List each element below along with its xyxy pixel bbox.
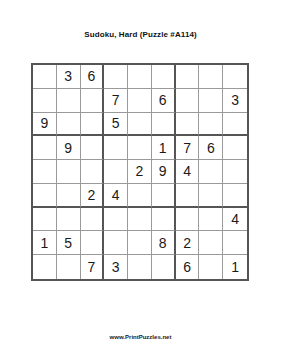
cell-r5c6: 9 [152, 160, 176, 184]
sudoku-page: Sudoku, Hard (Puzzle #A114) 367639591762… [0, 0, 281, 363]
cell-r1c1 [33, 65, 57, 89]
cell-r3c5 [128, 113, 152, 137]
cell-r2c7 [176, 89, 200, 113]
cell-r8c7: 2 [176, 231, 200, 255]
cell-r5c3 [81, 160, 105, 184]
cell-r4c8: 6 [199, 136, 223, 160]
page-title: Sudoku, Hard (Puzzle #A114) [0, 30, 281, 39]
cell-r1c9 [223, 65, 247, 89]
cell-r5c8 [199, 160, 223, 184]
cell-r8c3 [81, 231, 105, 255]
cell-r7c6 [152, 208, 176, 232]
cell-r5c2 [57, 160, 81, 184]
cell-r1c5 [128, 65, 152, 89]
cell-r1c7 [176, 65, 200, 89]
cell-r5c7: 4 [176, 160, 200, 184]
cell-r7c1 [33, 208, 57, 232]
cell-r8c5 [128, 231, 152, 255]
cell-r7c3 [81, 208, 105, 232]
footer-site-url: www.PrintPuzzles.net [0, 334, 281, 340]
cell-r9c1 [33, 255, 57, 279]
cell-r7c9: 4 [223, 208, 247, 232]
cell-r3c4: 5 [104, 113, 128, 137]
cell-r4c1 [33, 136, 57, 160]
cell-r1c6 [152, 65, 176, 89]
cell-r9c8 [199, 255, 223, 279]
cell-r3c6 [152, 113, 176, 137]
cell-r8c8 [199, 231, 223, 255]
cell-r3c3 [81, 113, 105, 137]
cell-r2c4: 7 [104, 89, 128, 113]
cell-r3c9 [223, 113, 247, 137]
cell-r8c1: 1 [33, 231, 57, 255]
cell-r8c9 [223, 231, 247, 255]
cell-r3c1: 9 [33, 113, 57, 137]
cell-r4c3 [81, 136, 105, 160]
cell-r5c4 [104, 160, 128, 184]
cell-r9c2 [57, 255, 81, 279]
sudoku-board: 3676395917629424415827361 [31, 63, 249, 281]
cell-r2c6: 6 [152, 89, 176, 113]
cell-r3c8 [199, 113, 223, 137]
cell-r9c6 [152, 255, 176, 279]
cell-r5c5: 2 [128, 160, 152, 184]
cell-r8c4 [104, 231, 128, 255]
cell-r6c4: 4 [104, 184, 128, 208]
cell-r4c7: 7 [176, 136, 200, 160]
cell-r6c3: 2 [81, 184, 105, 208]
cell-r1c8 [199, 65, 223, 89]
cell-r1c2: 3 [57, 65, 81, 89]
cell-r9c7: 6 [176, 255, 200, 279]
cell-r6c8 [199, 184, 223, 208]
cell-r7c4 [104, 208, 128, 232]
cell-r8c6: 8 [152, 231, 176, 255]
cell-r2c9: 3 [223, 89, 247, 113]
cell-r7c2 [57, 208, 81, 232]
cell-r6c5 [128, 184, 152, 208]
cell-r2c8 [199, 89, 223, 113]
cell-r2c5 [128, 89, 152, 113]
cell-r9c9: 1 [223, 255, 247, 279]
cell-r1c4 [104, 65, 128, 89]
cell-r2c2 [57, 89, 81, 113]
cell-r4c2: 9 [57, 136, 81, 160]
cell-r8c2: 5 [57, 231, 81, 255]
cell-r2c1 [33, 89, 57, 113]
cell-r3c2 [57, 113, 81, 137]
cell-r5c9 [223, 160, 247, 184]
cell-r9c5 [128, 255, 152, 279]
cell-r4c4 [104, 136, 128, 160]
cell-r6c9 [223, 184, 247, 208]
cell-r7c7 [176, 208, 200, 232]
cell-r6c1 [33, 184, 57, 208]
cell-r4c9 [223, 136, 247, 160]
cell-r4c6: 1 [152, 136, 176, 160]
cell-r9c3: 7 [81, 255, 105, 279]
cell-r4c5 [128, 136, 152, 160]
cell-r9c4: 3 [104, 255, 128, 279]
cell-r2c3 [81, 89, 105, 113]
cell-r6c7 [176, 184, 200, 208]
cell-r6c2 [57, 184, 81, 208]
cell-r5c1 [33, 160, 57, 184]
cell-r1c3: 6 [81, 65, 105, 89]
cell-r3c7 [176, 113, 200, 137]
cell-r7c8 [199, 208, 223, 232]
cell-r7c5 [128, 208, 152, 232]
cell-r6c6 [152, 184, 176, 208]
